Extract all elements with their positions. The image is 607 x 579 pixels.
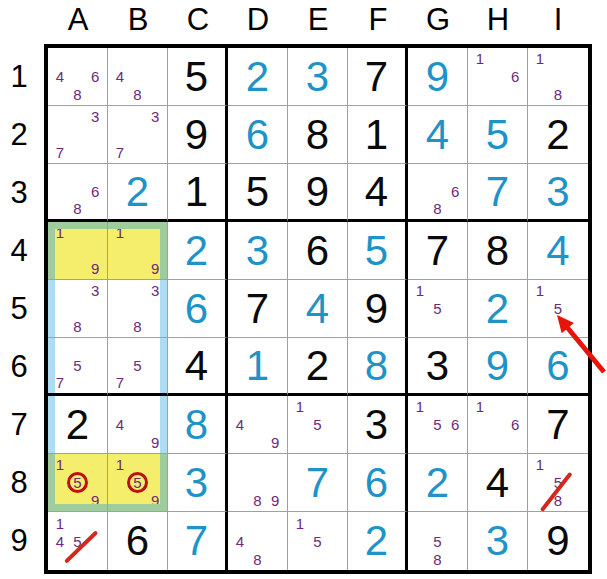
row-label-9: 9	[0, 512, 38, 570]
candidate-1: 1	[411, 398, 429, 416]
cell-D6[interactable]: 1	[228, 338, 288, 396]
cell-G3[interactable]: 68	[408, 164, 468, 222]
cell-I1[interactable]: 18	[528, 48, 588, 106]
cell-H9[interactable]: 3	[468, 512, 528, 570]
cell-A1[interactable]: 468	[48, 48, 108, 106]
given-digit-H4: 8	[468, 222, 527, 279]
candidates-A4: 19	[51, 224, 104, 277]
given-digit-F3: 4	[348, 164, 405, 219]
column-label-H: H	[468, 1, 528, 39]
candidates-D8: 89	[231, 456, 284, 509]
cell-G7[interactable]: 156	[408, 396, 468, 454]
given-digit-I7: 7	[528, 396, 588, 453]
candidates-B5: 38	[111, 282, 164, 335]
cell-E1[interactable]: 3	[288, 48, 348, 106]
candidate-9: 9	[266, 433, 284, 451]
candidate-7: 7	[111, 374, 129, 391]
candidate-4: 4	[51, 68, 69, 86]
solved-digit-F9: 2	[348, 512, 405, 570]
cell-B6[interactable]: 57	[108, 338, 168, 396]
candidates-B2: 37	[111, 108, 164, 161]
candidate-5: 5	[129, 357, 147, 374]
given-digit-A7: 2	[48, 396, 107, 453]
cell-B8[interactable]: 159	[108, 454, 168, 512]
row-label-7: 7	[0, 396, 38, 454]
cell-A7[interactable]: 2	[48, 396, 108, 454]
cell-I7[interactable]: 7	[528, 396, 588, 454]
cell-H2[interactable]: 5	[468, 106, 528, 164]
solved-digit-F6: 8	[348, 338, 405, 393]
cell-I5[interactable]: 15	[528, 280, 588, 338]
column-label-D: D	[228, 1, 288, 39]
cell-F5[interactable]: 9	[348, 280, 408, 338]
candidates-G3: 68	[411, 166, 464, 217]
column-label-A: A	[48, 1, 108, 39]
solved-digit-E8: 7	[288, 454, 347, 511]
given-digit-I2: 2	[528, 106, 588, 163]
cell-F9[interactable]: 2	[348, 512, 408, 570]
candidate-3: 3	[86, 282, 104, 300]
candidate-9: 9	[266, 491, 284, 509]
solved-digit-H9: 3	[468, 512, 527, 570]
given-digit-C2: 9	[168, 106, 225, 163]
given-digit-C1: 5	[168, 48, 225, 105]
cell-G1[interactable]: 9	[408, 48, 468, 106]
solved-digit-E5: 4	[288, 280, 347, 337]
given-digit-F7: 3	[348, 396, 405, 453]
red-circle-candidate-5	[127, 472, 148, 493]
solved-digit-F8: 6	[348, 454, 405, 511]
cell-B4[interactable]: 19	[108, 222, 168, 280]
solved-digit-D2: 6	[228, 106, 287, 163]
cell-I8[interactable]: 158	[528, 454, 588, 512]
cell-C6[interactable]: 4	[168, 338, 228, 396]
candidates-G7: 156	[411, 398, 464, 451]
solved-digit-C4: 2	[168, 222, 225, 279]
solved-digit-H5: 2	[468, 280, 527, 337]
cell-C3[interactable]: 1	[168, 164, 228, 222]
column-label-G: G	[408, 1, 468, 39]
candidate-8: 8	[69, 85, 87, 103]
given-digit-E6: 2	[288, 338, 347, 393]
cell-D7[interactable]: 49	[228, 396, 288, 454]
solved-digit-C7: 8	[168, 396, 225, 453]
frame-green-l-A8	[48, 454, 55, 511]
candidate-1: 1	[471, 398, 489, 416]
candidates-H7: 16	[471, 398, 524, 451]
candidates-G9: 58	[411, 514, 464, 568]
candidates-G5: 15	[411, 282, 464, 335]
cell-A4[interactable]: 19	[48, 222, 108, 280]
cell-B1[interactable]: 48	[108, 48, 168, 106]
cell-H3[interactable]: 7	[468, 164, 528, 222]
solved-digit-E1: 3	[288, 48, 347, 105]
cell-D3[interactable]: 5	[228, 164, 288, 222]
frame-green-r-B4	[160, 222, 167, 279]
cell-H5[interactable]: 2	[468, 280, 528, 338]
candidate-5: 5	[429, 300, 447, 318]
candidate-1: 1	[471, 50, 489, 68]
solved-digit-D4: 3	[228, 222, 287, 279]
solved-digit-H6: 9	[468, 338, 527, 393]
candidates-B6: 57	[111, 340, 164, 391]
cell-E9[interactable]: 15	[288, 512, 348, 570]
solved-digit-H2: 5	[468, 106, 527, 163]
candidate-7: 7	[51, 143, 69, 161]
column-labels: ABCDEFGHI	[48, 1, 588, 39]
frame-blue-r-B7	[160, 396, 167, 453]
candidate-8: 8	[249, 491, 267, 509]
candidate-6: 6	[446, 183, 464, 200]
candidate-8: 8	[549, 85, 567, 103]
cell-D9[interactable]: 48	[228, 512, 288, 570]
candidate-1: 1	[411, 282, 429, 300]
cell-C7[interactable]: 8	[168, 396, 228, 454]
cell-D4[interactable]: 3	[228, 222, 288, 280]
candidate-8: 8	[69, 317, 87, 335]
candidates-B4: 19	[111, 224, 164, 277]
frame-green-l-A4	[48, 222, 55, 279]
solved-digit-G2: 4	[408, 106, 467, 163]
candidates-E7: 15	[291, 398, 344, 451]
given-digit-G6: 3	[408, 338, 467, 393]
cell-C1[interactable]: 5	[168, 48, 228, 106]
candidates-E9: 15	[291, 514, 344, 568]
solved-digit-C8: 3	[168, 454, 225, 511]
given-digit-H8: 4	[468, 454, 527, 511]
solved-digit-G1: 9	[408, 48, 467, 105]
sudoku-board: 4684852379161837379681452682159468731919…	[44, 44, 592, 574]
cell-B3[interactable]: 2	[108, 164, 168, 222]
sudoku-solver-view: ABCDEFGHI 123456789 46848523791618373796…	[0, 0, 607, 579]
candidate-3: 3	[146, 108, 164, 126]
column-label-I: I	[528, 1, 588, 39]
candidate-7: 7	[111, 143, 129, 161]
frame-green-r-B8	[160, 454, 167, 511]
row-labels: 123456789	[0, 48, 38, 570]
cell-D8[interactable]: 89	[228, 454, 288, 512]
cell-G4[interactable]: 7	[408, 222, 468, 280]
given-digit-F2: 1	[348, 106, 405, 163]
cell-A5[interactable]: 38	[48, 280, 108, 338]
candidate-1: 1	[111, 456, 129, 474]
given-digit-I9: 9	[528, 512, 588, 570]
candidate-3: 3	[86, 108, 104, 126]
cell-F4[interactable]: 5	[348, 222, 408, 280]
solved-digit-I6: 6	[528, 338, 588, 393]
candidate-8: 8	[429, 200, 447, 217]
cell-H1[interactable]: 16	[468, 48, 528, 106]
candidate-1: 1	[291, 514, 309, 532]
candidate-1: 1	[531, 50, 549, 68]
candidate-9: 9	[86, 259, 104, 277]
cell-A2[interactable]: 37	[48, 106, 108, 164]
cell-F8[interactable]: 6	[348, 454, 408, 512]
cell-I9[interactable]: 9	[528, 512, 588, 570]
candidates-A5: 38	[51, 282, 104, 335]
column-label-B: B	[108, 1, 168, 39]
given-digit-F1: 7	[348, 48, 405, 105]
given-digit-C6: 4	[168, 338, 225, 393]
cell-F6[interactable]: 8	[348, 338, 408, 396]
given-digit-B9: 6	[108, 512, 167, 570]
cell-I3[interactable]: 3	[528, 164, 588, 222]
candidates-H1: 16	[471, 50, 524, 103]
given-digit-G4: 7	[408, 222, 467, 279]
frame-green-b-A8	[48, 504, 107, 511]
candidate-5: 5	[309, 532, 327, 550]
solved-digit-D6: 1	[228, 338, 287, 393]
cell-B7[interactable]: 49	[108, 396, 168, 454]
candidates-I5: 15	[531, 282, 585, 335]
candidate-4: 4	[51, 532, 69, 550]
frame-blue-r-B5	[160, 280, 167, 337]
cell-E2[interactable]: 8	[288, 106, 348, 164]
cell-A3[interactable]: 68	[48, 164, 108, 222]
candidates-B7: 49	[111, 398, 164, 451]
candidates-A6: 57	[51, 340, 104, 391]
frame-green-t-A4	[48, 222, 107, 229]
cell-A6[interactable]: 57	[48, 338, 108, 396]
row-label-3: 3	[0, 164, 38, 222]
cell-D1[interactable]: 2	[228, 48, 288, 106]
cell-B5[interactable]: 38	[108, 280, 168, 338]
candidates-B1: 48	[111, 50, 164, 103]
given-digit-E3: 9	[288, 164, 347, 219]
cell-D2[interactable]: 6	[228, 106, 288, 164]
candidate-8: 8	[129, 85, 147, 103]
cell-F2[interactable]: 1	[348, 106, 408, 164]
cell-C4[interactable]: 2	[168, 222, 228, 280]
cell-H6[interactable]: 9	[468, 338, 528, 396]
candidate-1: 1	[51, 514, 69, 532]
solved-digit-I3: 3	[528, 164, 588, 219]
row-label-2: 2	[0, 106, 38, 164]
candidates-I1: 18	[531, 50, 585, 103]
candidate-1: 1	[531, 282, 549, 300]
cell-C2[interactable]: 9	[168, 106, 228, 164]
cell-I2[interactable]: 2	[528, 106, 588, 164]
candidates-A2: 37	[51, 108, 104, 161]
candidate-8: 8	[249, 550, 267, 568]
given-digit-D5: 7	[228, 280, 287, 337]
candidate-4: 4	[231, 416, 249, 434]
column-label-F: F	[348, 1, 408, 39]
cell-E4[interactable]: 6	[288, 222, 348, 280]
candidate-4: 4	[231, 532, 249, 550]
cell-H7[interactable]: 16	[468, 396, 528, 454]
cell-A8[interactable]: 159	[48, 454, 108, 512]
row-label-1: 1	[0, 48, 38, 106]
candidate-6: 6	[86, 68, 104, 86]
solved-digit-C9: 7	[168, 512, 225, 570]
cell-F3[interactable]: 4	[348, 164, 408, 222]
cell-H8[interactable]: 4	[468, 454, 528, 512]
cell-C5[interactable]: 6	[168, 280, 228, 338]
row-label-4: 4	[0, 222, 38, 280]
solved-digit-B3: 2	[108, 164, 167, 219]
given-digit-C3: 1	[168, 164, 225, 219]
cell-G9[interactable]: 58	[408, 512, 468, 570]
candidate-6: 6	[506, 68, 524, 86]
cell-E7[interactable]: 15	[288, 396, 348, 454]
cell-E3[interactable]: 9	[288, 164, 348, 222]
cell-F7[interactable]: 3	[348, 396, 408, 454]
solved-digit-D1: 2	[228, 48, 287, 105]
cell-C9[interactable]: 7	[168, 512, 228, 570]
given-digit-E2: 8	[288, 106, 347, 163]
cell-C8[interactable]: 3	[168, 454, 228, 512]
candidate-8: 8	[69, 200, 87, 217]
frame-blue-l-A7	[48, 396, 55, 453]
cell-H4[interactable]: 8	[468, 222, 528, 280]
frame-green-t-B4	[108, 222, 167, 229]
cell-D5[interactable]: 7	[228, 280, 288, 338]
red-circle-candidate-5	[67, 472, 88, 493]
frame-blue-l-A6	[48, 338, 55, 393]
candidate-4: 4	[111, 416, 129, 434]
cell-B9[interactable]: 6	[108, 512, 168, 570]
row-label-5: 5	[0, 280, 38, 338]
candidate-5: 5	[309, 416, 327, 434]
given-digit-D3: 5	[228, 164, 287, 219]
candidates-A1: 468	[51, 50, 104, 103]
candidate-5: 5	[69, 357, 87, 374]
candidates-A3: 68	[51, 166, 104, 217]
given-digit-F5: 9	[348, 280, 405, 337]
candidates-A9: 145	[51, 514, 104, 568]
row-label-8: 8	[0, 454, 38, 512]
column-label-C: C	[168, 1, 228, 39]
cell-G5[interactable]: 15	[408, 280, 468, 338]
candidate-8: 8	[429, 550, 447, 568]
candidate-5: 5	[549, 300, 567, 318]
solved-digit-I4: 4	[528, 222, 588, 279]
cell-G6[interactable]: 3	[408, 338, 468, 396]
candidate-6: 6	[86, 183, 104, 200]
frame-blue-r-B6	[160, 338, 167, 393]
cell-G2[interactable]: 4	[408, 106, 468, 164]
cell-A9[interactable]: 145	[48, 512, 108, 570]
solved-digit-C5: 6	[168, 280, 225, 337]
cell-G8[interactable]: 2	[408, 454, 468, 512]
candidate-6: 6	[446, 416, 464, 434]
candidate-1: 1	[291, 398, 309, 416]
cell-I4[interactable]: 4	[528, 222, 588, 280]
candidates-D9: 48	[231, 514, 284, 568]
candidate-6: 6	[506, 416, 524, 434]
cell-E6[interactable]: 2	[288, 338, 348, 396]
cell-F1[interactable]: 7	[348, 48, 408, 106]
column-label-E: E	[288, 1, 348, 39]
cell-I6[interactable]: 6	[528, 338, 588, 396]
given-digit-E4: 6	[288, 222, 347, 279]
candidate-5: 5	[429, 416, 447, 434]
solved-digit-H3: 7	[468, 164, 527, 219]
row-label-6: 6	[0, 338, 38, 396]
candidates-I8: 158	[531, 456, 585, 509]
candidate-1: 1	[531, 456, 549, 474]
solved-digit-G8: 2	[408, 454, 467, 511]
candidate-4: 4	[111, 68, 129, 86]
candidates-D7: 49	[231, 398, 284, 451]
frame-green-b-B8	[108, 504, 167, 511]
cell-B2[interactable]: 37	[108, 106, 168, 164]
solved-digit-F4: 5	[348, 222, 405, 279]
candidate-8: 8	[129, 317, 147, 335]
candidate-5: 5	[429, 532, 447, 550]
cell-E8[interactable]: 7	[288, 454, 348, 512]
frame-blue-l-A5	[48, 280, 55, 337]
cell-E5[interactable]: 4	[288, 280, 348, 338]
